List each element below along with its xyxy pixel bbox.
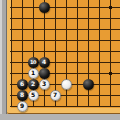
stone-black-H3 bbox=[83, 79, 94, 90]
stone-black-D10 bbox=[39, 2, 50, 13]
grid-line-horizontal bbox=[10, 40, 120, 41]
stone-white-B1: 9 bbox=[17, 101, 28, 112]
grid-line-vertical bbox=[110, 0, 111, 107]
grid-line-horizontal bbox=[10, 62, 120, 63]
background-edge-highlight bbox=[0, 0, 2, 120]
move-number: 7 bbox=[53, 92, 57, 98]
grid-line-vertical bbox=[99, 0, 100, 107]
board-left-shadow-line bbox=[6, 0, 7, 114]
move-number: 3 bbox=[42, 81, 46, 87]
grid-line-horizontal bbox=[10, 29, 120, 30]
stone-black-B3: 6 bbox=[17, 79, 28, 90]
move-number: 2 bbox=[31, 81, 35, 87]
grid-line-horizontal bbox=[10, 7, 120, 8]
go-board-diagram: 10416238579 bbox=[0, 0, 120, 120]
grid-line-vertical bbox=[44, 0, 45, 107]
move-number: 5 bbox=[31, 92, 35, 98]
star-point-K10 bbox=[109, 6, 112, 9]
stone-white-C2: 5 bbox=[28, 90, 39, 101]
grid-line-horizontal bbox=[10, 51, 120, 52]
move-number: 10 bbox=[30, 59, 36, 64]
stone-white-F3 bbox=[61, 79, 72, 90]
move-number: 1 bbox=[31, 70, 35, 76]
grid-line-horizontal bbox=[10, 73, 120, 74]
move-number: 8 bbox=[20, 92, 24, 98]
stone-black-C3: 2 bbox=[28, 79, 39, 90]
stone-black-D4 bbox=[39, 68, 50, 79]
stone-black-C5: 10 bbox=[28, 57, 39, 68]
grid-line-vertical bbox=[77, 0, 78, 107]
grid-line-horizontal bbox=[10, 18, 120, 19]
stone-black-B2: 8 bbox=[17, 90, 28, 101]
grid-line-vertical bbox=[66, 0, 67, 107]
move-number: 6 bbox=[20, 81, 24, 87]
move-number: 4 bbox=[42, 59, 46, 65]
grid-line-vertical bbox=[11, 0, 12, 107]
move-number: 9 bbox=[20, 103, 24, 109]
stone-black-D5: 4 bbox=[39, 57, 50, 68]
stone-white-E2: 7 bbox=[50, 90, 61, 101]
stone-white-C4: 1 bbox=[28, 68, 39, 79]
stone-white-D3: 3 bbox=[39, 79, 50, 90]
grid-line-vertical bbox=[88, 0, 89, 107]
star-point-K4 bbox=[109, 72, 112, 75]
background-bottom bbox=[0, 114, 120, 120]
